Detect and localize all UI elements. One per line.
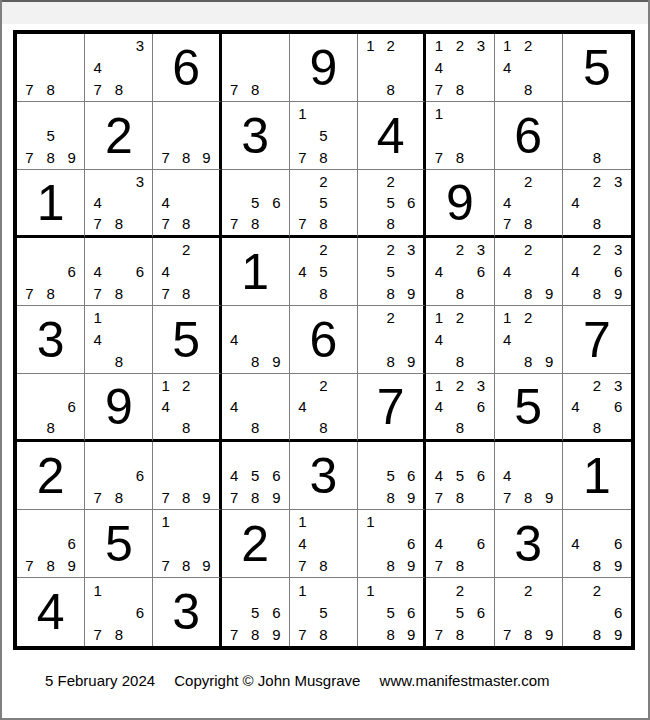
pencil-mark-pos-8: 8 [449,282,470,304]
pencil-mark-pos-9 [539,78,560,100]
pencil-mark-pos-6 [334,192,355,213]
pencil-mark-pos-6 [61,125,82,147]
pencil-marks: 8 [563,102,631,169]
pencil-mark-pos-4: 4 [292,261,313,283]
pencil-mark-pos-3 [470,511,491,533]
pencil-mark-pos-6 [608,125,629,147]
pencil-mark-pos-3 [334,579,355,601]
cell-r5c4: 489 [222,306,290,374]
pencil-mark-pos-6: 6 [608,601,629,623]
pencil-mark-pos-2 [381,443,401,465]
pencil-marks: 23468 [563,374,631,439]
pencil-mark-pos-2: 2 [381,239,401,261]
pencil-mark-pos-2 [40,103,61,125]
pencil-mark-pos-3 [608,579,629,601]
pencil-mark-pos-7: 7 [224,213,245,234]
pencil-mark-pos-6 [470,329,491,351]
pencil-mark-pos-7: 7 [87,282,108,304]
pencil-mark-pos-7: 7 [155,486,175,508]
pencil-mark-pos-9 [61,282,82,304]
pencil-mark-pos-5 [518,465,539,487]
solved-digit: 5 [85,510,152,577]
pencil-mark-pos-9 [334,282,355,304]
pencil-mark-pos-2: 2 [449,307,470,329]
pencil-mark-pos-7: 7 [292,554,313,576]
pencil-mark-pos-7 [224,417,245,438]
pencil-mark-pos-1: 1 [360,579,380,601]
pencil-mark-pos-2 [586,103,607,125]
pencil-mark-pos-2 [108,239,129,261]
pencil-mark-pos-6 [539,329,560,351]
pencil-mark-pos-5 [518,261,539,283]
pencil-mark-pos-5 [176,396,196,417]
pencil-mark-pos-2 [313,103,334,125]
pencil-mark-pos-5 [245,57,266,79]
cell-r6c4: 48 [222,374,290,442]
solved-digit: 1 [563,442,631,509]
pencil-mark-pos-6 [334,601,355,623]
pencil-mark-pos-4 [19,396,40,417]
pencil-mark-pos-9: 9 [608,554,629,576]
pencil-mark-pos-8: 8 [449,146,470,168]
pencil-mark-pos-3 [401,511,421,533]
pencil-mark-pos-6: 6 [129,601,150,623]
pencil-mark-pos-4: 4 [428,533,449,555]
pencil-mark-pos-7 [565,417,586,438]
pencil-mark-pos-4 [224,192,245,213]
pencil-mark-pos-1 [19,239,40,261]
pencil-mark-pos-2: 2 [586,239,607,261]
pencil-marks: 15689 [358,578,423,646]
pencil-marks: 23589 [358,238,423,305]
pencil-mark-pos-8: 8 [586,554,607,576]
cell-r8c6: 1689 [358,510,426,578]
pencil-marks: 78 [222,34,289,101]
pencil-mark-pos-6 [470,125,491,147]
pencil-mark-pos-7 [360,213,380,234]
cell-r9c1: 4 [17,578,85,646]
pencil-marks: 1248 [495,34,562,101]
pencil-mark-pos-2 [40,35,61,57]
pencil-mark-pos-8: 8 [245,213,266,234]
pencil-mark-pos-2 [40,511,61,533]
pencil-mark-pos-3 [470,307,491,329]
pencil-mark-pos-7: 7 [497,486,518,508]
pencil-mark-pos-1: 1 [497,35,518,57]
cell-r1c2: 3478 [85,34,153,102]
pencil-mark-pos-4 [497,601,518,623]
pencil-mark-pos-9: 9 [539,282,560,304]
pencil-mark-pos-8: 8 [449,554,470,576]
pencil-mark-pos-7: 7 [155,282,175,304]
pencil-mark-pos-1 [155,239,175,261]
solved-digit: 7 [563,306,631,373]
pencil-mark-pos-6 [129,57,150,79]
pencil-mark-pos-9: 9 [539,623,560,645]
pencil-mark-pos-8: 8 [108,282,129,304]
solved-digit: 3 [153,578,218,646]
pencil-mark-pos-7 [360,282,380,304]
cell-r5c1: 3 [17,306,85,374]
pencil-mark-pos-9 [61,78,82,100]
pencil-mark-pos-5 [518,329,539,351]
pencil-mark-pos-9 [61,417,82,438]
pencil-mark-pos-6: 6 [401,533,421,555]
pencil-mark-pos-1: 1 [360,35,380,57]
cell-r5c8: 12489 [495,306,563,374]
pencil-mark-pos-3 [334,103,355,125]
pencil-mark-pos-6 [129,192,150,213]
pencil-mark-pos-9 [470,554,491,576]
pencil-mark-pos-4 [565,125,586,147]
pencil-mark-pos-3 [129,307,150,329]
pencil-mark-pos-2 [381,511,401,533]
pencil-mark-pos-6 [61,57,82,79]
pencil-mark-pos-8: 8 [449,486,470,508]
pencil-mark-pos-1 [497,579,518,601]
pencil-mark-pos-3 [61,239,82,261]
pencil-mark-pos-7 [565,282,586,304]
pencil-mark-pos-7: 7 [428,554,449,576]
pencil-mark-pos-1: 1 [292,511,313,533]
pencil-mark-pos-5 [40,57,61,79]
pencil-mark-pos-1 [428,239,449,261]
pencil-mark-pos-3 [129,579,150,601]
pencil-mark-pos-1: 1 [428,375,449,396]
pencil-mark-pos-8: 8 [245,623,266,645]
pencil-mark-pos-5 [108,192,129,213]
pencil-marks: 4678 [426,510,493,577]
pencil-mark-pos-8: 8 [108,213,129,234]
pencil-mark-pos-5 [449,57,470,79]
pencil-mark-pos-7 [292,417,313,438]
pencil-mark-pos-2: 2 [313,239,334,261]
pencil-mark-pos-2: 2 [518,307,539,329]
pencil-mark-pos-1 [360,171,380,192]
pencil-mark-pos-3 [608,511,629,533]
pencil-mark-pos-8: 8 [381,78,401,100]
cell-r3c3: 478 [153,170,221,238]
pencil-mark-pos-7 [497,282,518,304]
pencil-mark-pos-9 [608,213,629,234]
pencil-mark-pos-9 [129,486,150,508]
pencil-marks: 5678 [222,170,289,235]
pencil-mark-pos-8: 8 [313,146,334,168]
pencil-mark-pos-4: 4 [292,396,313,417]
pencil-mark-pos-1 [224,443,245,465]
pencil-mark-pos-5 [586,125,607,147]
pencil-mark-pos-7 [155,417,175,438]
pencil-mark-pos-6: 6 [266,192,287,213]
cell-r7c5: 3 [290,442,358,510]
pencil-mark-pos-2: 2 [449,375,470,396]
pencil-mark-pos-5: 5 [313,261,334,283]
pencil-marks: 1248 [153,374,218,439]
pencil-mark-pos-9 [129,78,150,100]
pencil-mark-pos-5 [108,465,129,487]
pencil-mark-pos-3 [401,307,421,329]
pencil-mark-pos-7: 7 [19,78,40,100]
solved-digit: 7 [358,374,423,439]
cell-r8c2: 5 [85,510,153,578]
pencil-marks: 3478 [85,170,152,235]
pencil-mark-pos-6: 6 [608,261,629,283]
pencil-mark-pos-3: 3 [470,35,491,57]
cell-r4c3: 2478 [153,238,221,306]
pencil-marks: 1478 [290,510,357,577]
pencil-mark-pos-8: 8 [176,213,196,234]
pencil-mark-pos-9 [266,78,287,100]
pencil-mark-pos-6: 6 [401,465,421,487]
pencil-mark-pos-6: 6 [61,396,82,417]
pencil-mark-pos-7 [428,417,449,438]
solved-digit: 3 [290,442,357,509]
pencil-mark-pos-1: 1 [87,307,108,329]
pencil-mark-pos-3: 3 [470,239,491,261]
pencil-mark-pos-9 [401,78,421,100]
pencil-mark-pos-5 [108,601,129,623]
cell-r3c2: 3478 [85,170,153,238]
pencil-mark-pos-3 [61,35,82,57]
pencil-mark-pos-3 [266,35,287,57]
pencil-mark-pos-1 [224,35,245,57]
pencil-mark-pos-9: 9 [266,623,287,645]
pencil-mark-pos-7 [87,350,108,372]
pencil-mark-pos-3 [129,239,150,261]
pencil-mark-pos-2 [245,307,266,329]
pencil-mark-pos-6 [539,261,560,283]
pencil-mark-pos-5 [245,329,266,351]
pencil-mark-pos-1 [155,103,175,125]
pencil-mark-pos-6 [196,396,216,417]
pencil-mark-pos-5: 5 [381,465,401,487]
pencil-mark-pos-6 [334,533,355,555]
pencil-mark-pos-3 [470,579,491,601]
pencil-mark-pos-1 [155,443,175,465]
pencil-mark-pos-9 [470,282,491,304]
solved-digit: 5 [495,374,562,439]
pencil-mark-pos-9 [401,213,421,234]
pencil-mark-pos-2: 2 [518,239,539,261]
pencil-mark-pos-3 [61,103,82,125]
pencil-mark-pos-6: 6 [470,465,491,487]
pencil-mark-pos-8: 8 [449,417,470,438]
pencil-mark-pos-4 [87,465,108,487]
pencil-mark-pos-5 [449,533,470,555]
pencil-mark-pos-8: 8 [108,78,129,100]
pencil-mark-pos-1: 1 [428,103,449,125]
pencil-marks: 48 [222,374,289,439]
pencil-mark-pos-6: 6 [129,261,150,283]
cell-r9c8: 2789 [495,578,563,646]
pencil-mark-pos-4: 4 [87,329,108,351]
pencil-mark-pos-6: 6 [61,533,82,555]
pencil-mark-pos-8: 8 [245,486,266,508]
pencil-mark-pos-6 [539,57,560,79]
pencil-mark-pos-8: 8 [313,282,334,304]
pencil-mark-pos-2: 2 [381,307,401,329]
pencil-mark-pos-7: 7 [19,554,40,576]
pencil-marks: 123478 [426,34,493,101]
pencil-mark-pos-8: 8 [40,554,61,576]
pencil-mark-pos-9: 9 [266,486,287,508]
pencil-mark-pos-4 [360,192,380,213]
pencil-mark-pos-3: 3 [129,35,150,57]
pencil-mark-pos-5: 5 [449,465,470,487]
pencil-mark-pos-5: 5 [381,601,401,623]
cell-r8c9: 4689 [563,510,631,578]
pencil-mark-pos-2 [108,443,129,465]
pencil-mark-pos-8: 8 [176,282,196,304]
cell-r8c7: 4678 [426,510,494,578]
pencil-mark-pos-7: 7 [428,78,449,100]
pencil-mark-pos-3 [401,35,421,57]
cell-r2c8: 6 [495,102,563,170]
pencil-mark-pos-8: 8 [245,78,266,100]
pencil-mark-pos-1 [565,511,586,533]
pencil-mark-pos-1 [87,35,108,57]
pencil-mark-pos-6: 6 [470,261,491,283]
cell-r2c2: 2 [85,102,153,170]
pencil-mark-pos-9: 9 [401,554,421,576]
pencil-mark-pos-9 [608,146,629,168]
pencil-mark-pos-8: 8 [313,623,334,645]
solved-digit: 3 [222,102,289,169]
pencil-mark-pos-4: 4 [428,57,449,79]
pencil-mark-pos-4 [224,57,245,79]
page: 7834786789128123478124855789278931578417… [0,0,650,720]
pencil-mark-pos-6 [266,396,287,417]
cell-r6c6: 7 [358,374,426,442]
pencil-mark-pos-7: 7 [292,623,313,645]
footer-website[interactable]: www.manifestmaster.com [380,672,550,689]
cell-r9c9: 2689 [563,578,631,646]
pencil-mark-pos-4 [428,125,449,147]
pencil-mark-pos-9 [470,146,491,168]
pencil-marks: 2478 [495,170,562,235]
cell-r4c7: 23468 [426,238,494,306]
pencil-mark-pos-1 [19,375,40,396]
pencil-mark-pos-3 [539,171,560,192]
pencil-mark-pos-9: 9 [61,146,82,168]
footer-copyright: Copyright © John Musgrave [174,672,360,689]
pencil-mark-pos-7: 7 [87,486,108,508]
pencil-mark-pos-4: 4 [428,261,449,283]
pencil-mark-pos-5 [176,192,196,213]
pencil-mark-pos-1 [360,307,380,329]
pencil-mark-pos-8: 8 [586,282,607,304]
pencil-mark-pos-8: 8 [449,78,470,100]
pencil-mark-pos-1 [155,171,175,192]
pencil-mark-pos-9: 9 [401,350,421,372]
pencil-mark-pos-2: 2 [586,375,607,396]
pencil-mark-pos-6 [196,125,216,147]
pencil-mark-pos-1: 1 [292,103,313,125]
pencil-mark-pos-4 [292,125,313,147]
pencil-mark-pos-5: 5 [245,465,266,487]
pencil-mark-pos-6 [334,125,355,147]
pencil-mark-pos-2 [108,307,129,329]
pencil-mark-pos-2: 2 [176,375,196,396]
cell-r3c7: 9 [426,170,494,238]
pencil-mark-pos-5 [108,57,129,79]
cell-r9c4: 56789 [222,578,290,646]
pencil-mark-pos-2 [108,35,129,57]
cell-r9c7: 25678 [426,578,494,646]
pencil-mark-pos-5 [449,329,470,351]
pencil-mark-pos-2: 2 [518,579,539,601]
cell-r5c3: 5 [153,306,221,374]
pencil-mark-pos-7 [497,78,518,100]
pencil-mark-pos-6: 6 [470,601,491,623]
pencil-mark-pos-3: 3 [608,239,629,261]
pencil-mark-pos-3 [196,511,216,533]
cell-r7c7: 45678 [426,442,494,510]
pencil-mark-pos-5: 5 [313,125,334,147]
pencil-mark-pos-5 [176,533,196,555]
cell-r7c4: 456789 [222,442,290,510]
pencil-mark-pos-3 [196,103,216,125]
pencil-mark-pos-4: 4 [428,465,449,487]
cell-r3c4: 5678 [222,170,290,238]
pencil-marks: 678 [85,442,152,509]
pencil-mark-pos-5 [586,601,607,623]
cell-r9c6: 15689 [358,578,426,646]
pencil-mark-pos-3 [401,579,421,601]
pencil-mark-pos-1 [428,511,449,533]
pencil-mark-pos-5 [586,396,607,417]
cell-r7c2: 678 [85,442,153,510]
pencil-mark-pos-9: 9 [196,486,216,508]
pencil-mark-pos-5 [586,533,607,555]
pencil-mark-pos-8: 8 [40,146,61,168]
pencil-mark-pos-5 [313,533,334,555]
pencil-mark-pos-2 [586,511,607,533]
pencil-mark-pos-8: 8 [518,350,539,372]
pencil-mark-pos-8: 8 [381,486,401,508]
pencil-marks: 478 [153,170,218,235]
pencil-mark-pos-8: 8 [381,350,401,372]
pencil-mark-pos-6 [196,465,216,487]
pencil-mark-pos-9 [196,213,216,234]
pencil-mark-pos-3 [266,307,287,329]
pencil-mark-pos-7 [360,350,380,372]
pencil-marks: 23468 [426,238,493,305]
pencil-mark-pos-1 [87,239,108,261]
pencil-mark-pos-1 [292,239,313,261]
pencil-mark-pos-8: 8 [518,213,539,234]
pencil-mark-pos-7 [565,554,586,576]
cell-r5c2: 148 [85,306,153,374]
pencil-mark-pos-4: 4 [224,329,245,351]
pencil-mark-pos-7 [565,213,586,234]
pencil-mark-pos-3: 3 [129,171,150,192]
cell-r1c4: 78 [222,34,290,102]
pencil-mark-pos-5 [518,192,539,213]
pencil-mark-pos-2 [176,511,196,533]
pencil-marks: 4689 [563,510,631,577]
pencil-mark-pos-9 [470,417,491,438]
pencil-marks: 4678 [85,238,152,305]
pencil-mark-pos-6 [266,57,287,79]
pencil-mark-pos-6 [539,192,560,213]
pencil-mark-pos-4: 4 [497,465,518,487]
pencil-mark-pos-3 [608,103,629,125]
pencil-mark-pos-8: 8 [381,282,401,304]
pencil-mark-pos-3: 3 [608,375,629,396]
cell-r3c9: 2348 [563,170,631,238]
pencil-mark-pos-8: 8 [313,213,334,234]
